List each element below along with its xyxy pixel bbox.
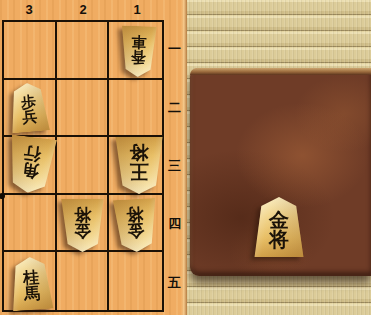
piece-kanji: 金 <box>74 223 91 240</box>
piece-face: 桂馬 <box>8 256 55 312</box>
piece-kanji: 馬 <box>23 286 40 303</box>
piece-kanji: 将 <box>130 144 149 163</box>
piece-gold-2四[interactable]: 金将 <box>60 199 105 252</box>
square-1-5[interactable] <box>109 252 162 310</box>
square-2-5[interactable] <box>57 252 110 310</box>
piece-king-1三[interactable]: 王将 <box>114 137 164 194</box>
komadai-top-bevel <box>190 68 371 75</box>
file-label-1: 1 <box>110 0 164 20</box>
square-2-2[interactable] <box>57 80 110 138</box>
square-3-4[interactable] <box>4 195 57 253</box>
piece-kanji: 将 <box>74 206 91 223</box>
piece-kanji: 王 <box>130 163 149 182</box>
piece-bishop-3三[interactable]: 角行 <box>7 137 55 193</box>
piece-kanji: 兵 <box>22 109 38 125</box>
piece-face: 金将 <box>111 198 159 253</box>
square-2-1[interactable] <box>57 22 110 80</box>
file-label-3: 3 <box>2 0 56 20</box>
piece-kanji: 将 <box>269 230 289 250</box>
tatami-background: 321 一二三四五 香車歩兵角行王将金将金将桂馬 金将 <box>0 0 371 315</box>
piece-face: 歩兵 <box>7 81 51 133</box>
piece-face: 香車 <box>119 25 158 77</box>
piece-face: 金将 <box>60 199 105 252</box>
piece-gold-in-hand[interactable]: 金将 <box>253 197 305 257</box>
piece-face: 角行 <box>4 134 58 195</box>
file-labels: 321 <box>2 0 164 20</box>
piece-gold-1四[interactable]: 金将 <box>113 199 158 252</box>
square-3-1[interactable] <box>4 22 57 80</box>
board-right-edge <box>181 0 187 315</box>
piece-face: 王将 <box>114 137 164 194</box>
file-label-2: 2 <box>56 0 110 20</box>
piece-kanji: 将 <box>125 205 143 223</box>
piece-kanji: 車 <box>131 34 147 49</box>
piece-lance-1一[interactable]: 香車 <box>120 26 157 77</box>
square-1-2[interactable] <box>109 80 162 138</box>
piece-face: 金将 <box>253 197 305 257</box>
piece-knight-3五[interactable]: 桂馬 <box>10 257 53 310</box>
square-2-3[interactable] <box>57 137 110 195</box>
piece-pawn-3二[interactable]: 歩兵 <box>9 83 49 132</box>
piece-kanji: 行 <box>23 144 42 163</box>
